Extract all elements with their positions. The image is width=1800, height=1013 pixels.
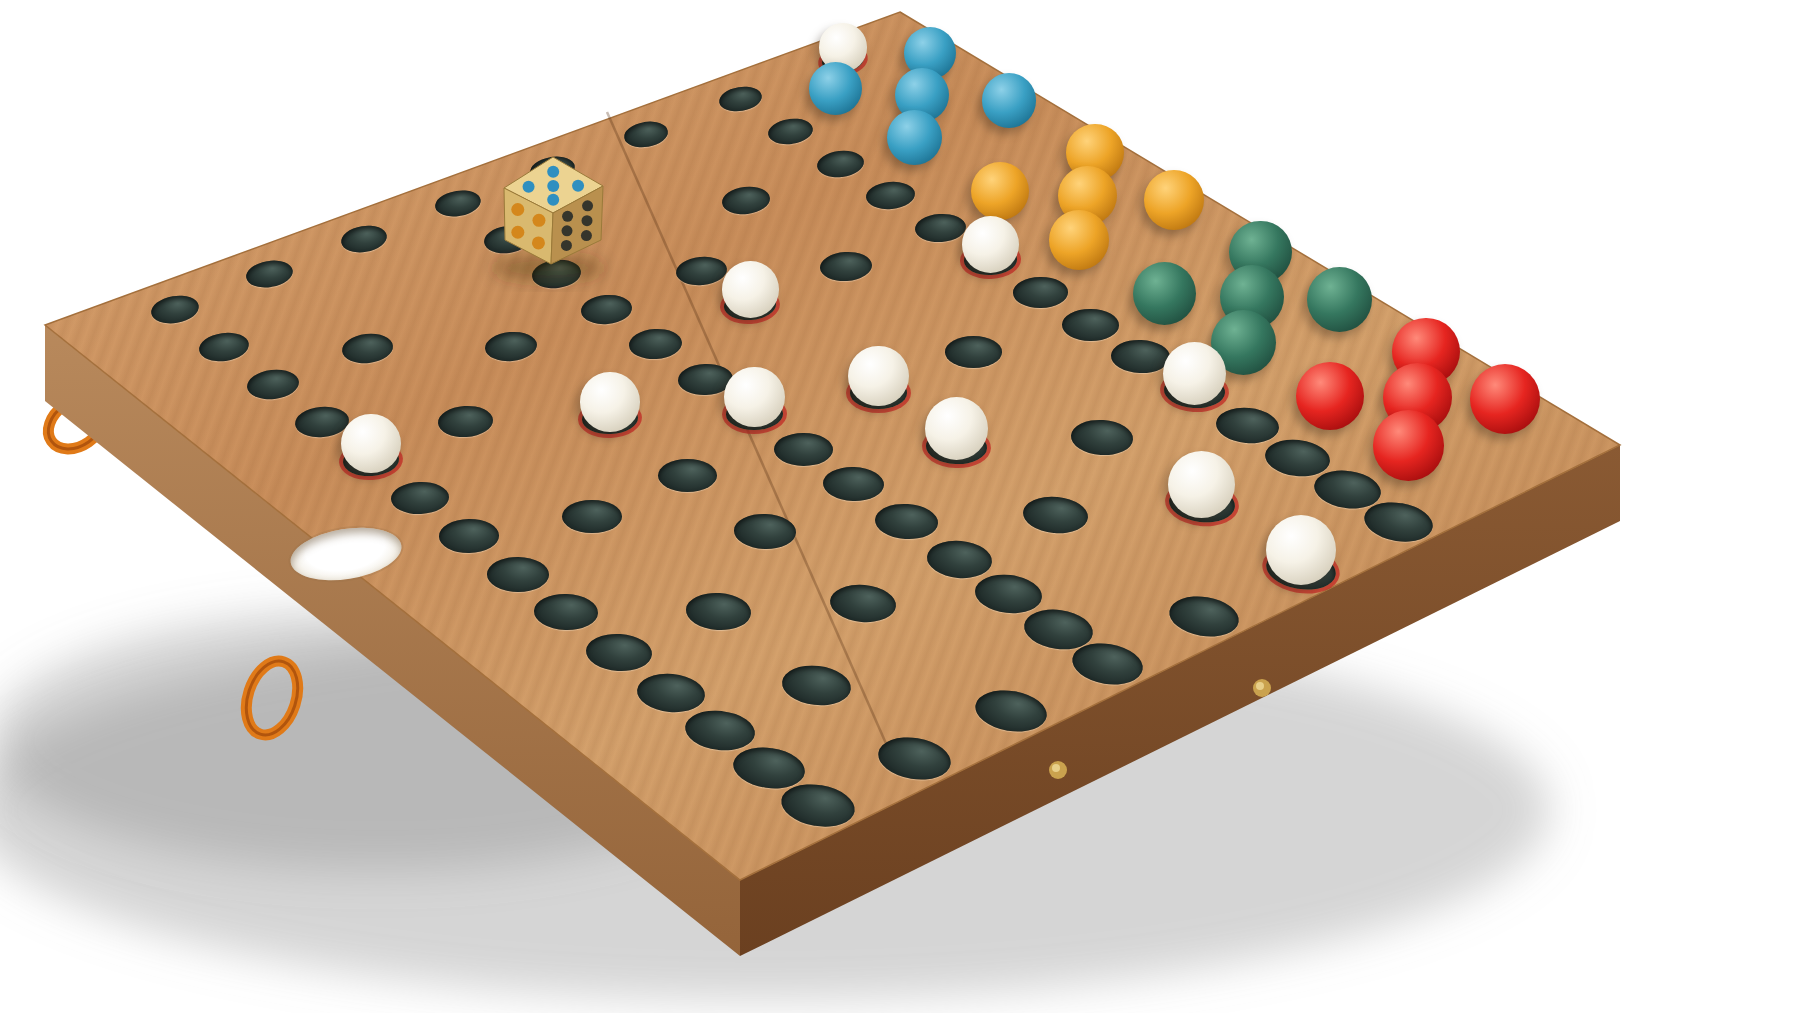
board-hole[interactable] <box>819 251 872 283</box>
goal-oval-hole[interactable] <box>286 521 404 588</box>
scene <box>0 0 1800 1013</box>
board-hole[interactable] <box>531 258 583 291</box>
board-hole[interactable] <box>1111 339 1171 374</box>
board-hole[interactable] <box>562 500 622 534</box>
barricade-marble-white[interactable] <box>341 414 400 473</box>
board-hole[interactable] <box>972 686 1050 737</box>
barricade-marble-white[interactable] <box>848 346 909 407</box>
board-pieces-layer <box>0 0 1800 1013</box>
barricade-marble-white[interactable] <box>1168 451 1235 518</box>
board-hole[interactable] <box>914 212 966 244</box>
board-hole[interactable] <box>778 780 858 833</box>
marble-green[interactable] <box>1133 262 1196 325</box>
board-hole[interactable] <box>1167 592 1243 642</box>
board-hole[interactable] <box>1069 639 1146 690</box>
board-hole[interactable] <box>636 671 707 715</box>
board-hole[interactable] <box>528 153 576 185</box>
board-hole[interactable] <box>623 119 670 150</box>
board-hole[interactable] <box>628 328 683 361</box>
board-hole[interactable] <box>829 582 898 625</box>
board-hole[interactable] <box>244 257 295 291</box>
board-hole[interactable] <box>246 367 301 402</box>
board-hole[interactable] <box>683 707 757 754</box>
board-hole[interactable] <box>1361 498 1435 547</box>
board-hole[interactable] <box>1070 418 1134 456</box>
marble-yellow[interactable] <box>971 162 1029 220</box>
marble-green[interactable] <box>1307 267 1372 332</box>
board-hole[interactable] <box>767 116 815 147</box>
barricade-marble-white[interactable] <box>722 261 779 318</box>
board-hole[interactable] <box>658 459 717 492</box>
board-hole[interactable] <box>865 180 916 211</box>
board-hole[interactable] <box>874 502 939 541</box>
board-hole[interactable] <box>973 572 1044 617</box>
board-hole[interactable] <box>774 432 834 466</box>
board-hole[interactable] <box>816 148 865 179</box>
barricade-marble-white[interactable] <box>724 367 784 427</box>
marble-red[interactable] <box>1373 410 1444 481</box>
barricade-marble-white[interactable] <box>925 397 988 460</box>
marble-blue[interactable] <box>809 62 862 115</box>
marble-yellow[interactable] <box>1049 210 1110 271</box>
board-hole[interactable] <box>198 330 251 365</box>
barricade-marble-white[interactable] <box>580 372 640 432</box>
board-hole[interactable] <box>437 404 494 438</box>
board-hole[interactable] <box>484 330 539 364</box>
board-hole[interactable] <box>486 556 548 591</box>
barricade-marble-white[interactable] <box>1266 515 1336 585</box>
marble-red[interactable] <box>1296 362 1364 430</box>
board-hole[interactable] <box>341 331 395 365</box>
board-hole[interactable] <box>438 519 498 553</box>
board-hole[interactable] <box>721 185 771 217</box>
board-hole[interactable] <box>1264 436 1332 479</box>
board-hole[interactable] <box>534 593 599 631</box>
board-hole[interactable] <box>150 292 202 326</box>
board-hole[interactable] <box>1062 308 1119 340</box>
marble-blue[interactable] <box>887 110 942 165</box>
board-hole[interactable] <box>780 662 853 708</box>
board-hole[interactable] <box>482 223 533 256</box>
marble-red[interactable] <box>1470 364 1540 434</box>
marble-yellow[interactable] <box>1144 170 1204 230</box>
board-hole[interactable] <box>339 223 389 256</box>
board-hole[interactable] <box>585 632 653 673</box>
board-hole[interactable] <box>945 336 1002 368</box>
board-hole[interactable] <box>579 293 633 326</box>
board-hole[interactable] <box>684 591 751 632</box>
board-hole[interactable] <box>733 513 797 550</box>
board-hole[interactable] <box>433 188 482 220</box>
board-hole[interactable] <box>875 733 954 785</box>
board-hole[interactable] <box>1215 405 1281 445</box>
board-hole[interactable] <box>822 466 884 502</box>
board-hole[interactable] <box>717 84 763 115</box>
board-hole[interactable] <box>925 538 993 580</box>
barricade-marble-white[interactable] <box>962 216 1019 273</box>
board-hole[interactable] <box>1013 277 1068 308</box>
board-hole[interactable] <box>390 481 449 516</box>
board-hole[interactable] <box>675 255 728 288</box>
board-hole[interactable] <box>1022 494 1089 536</box>
barricade-marble-white[interactable] <box>1163 342 1226 405</box>
marble-blue[interactable] <box>982 73 1037 128</box>
